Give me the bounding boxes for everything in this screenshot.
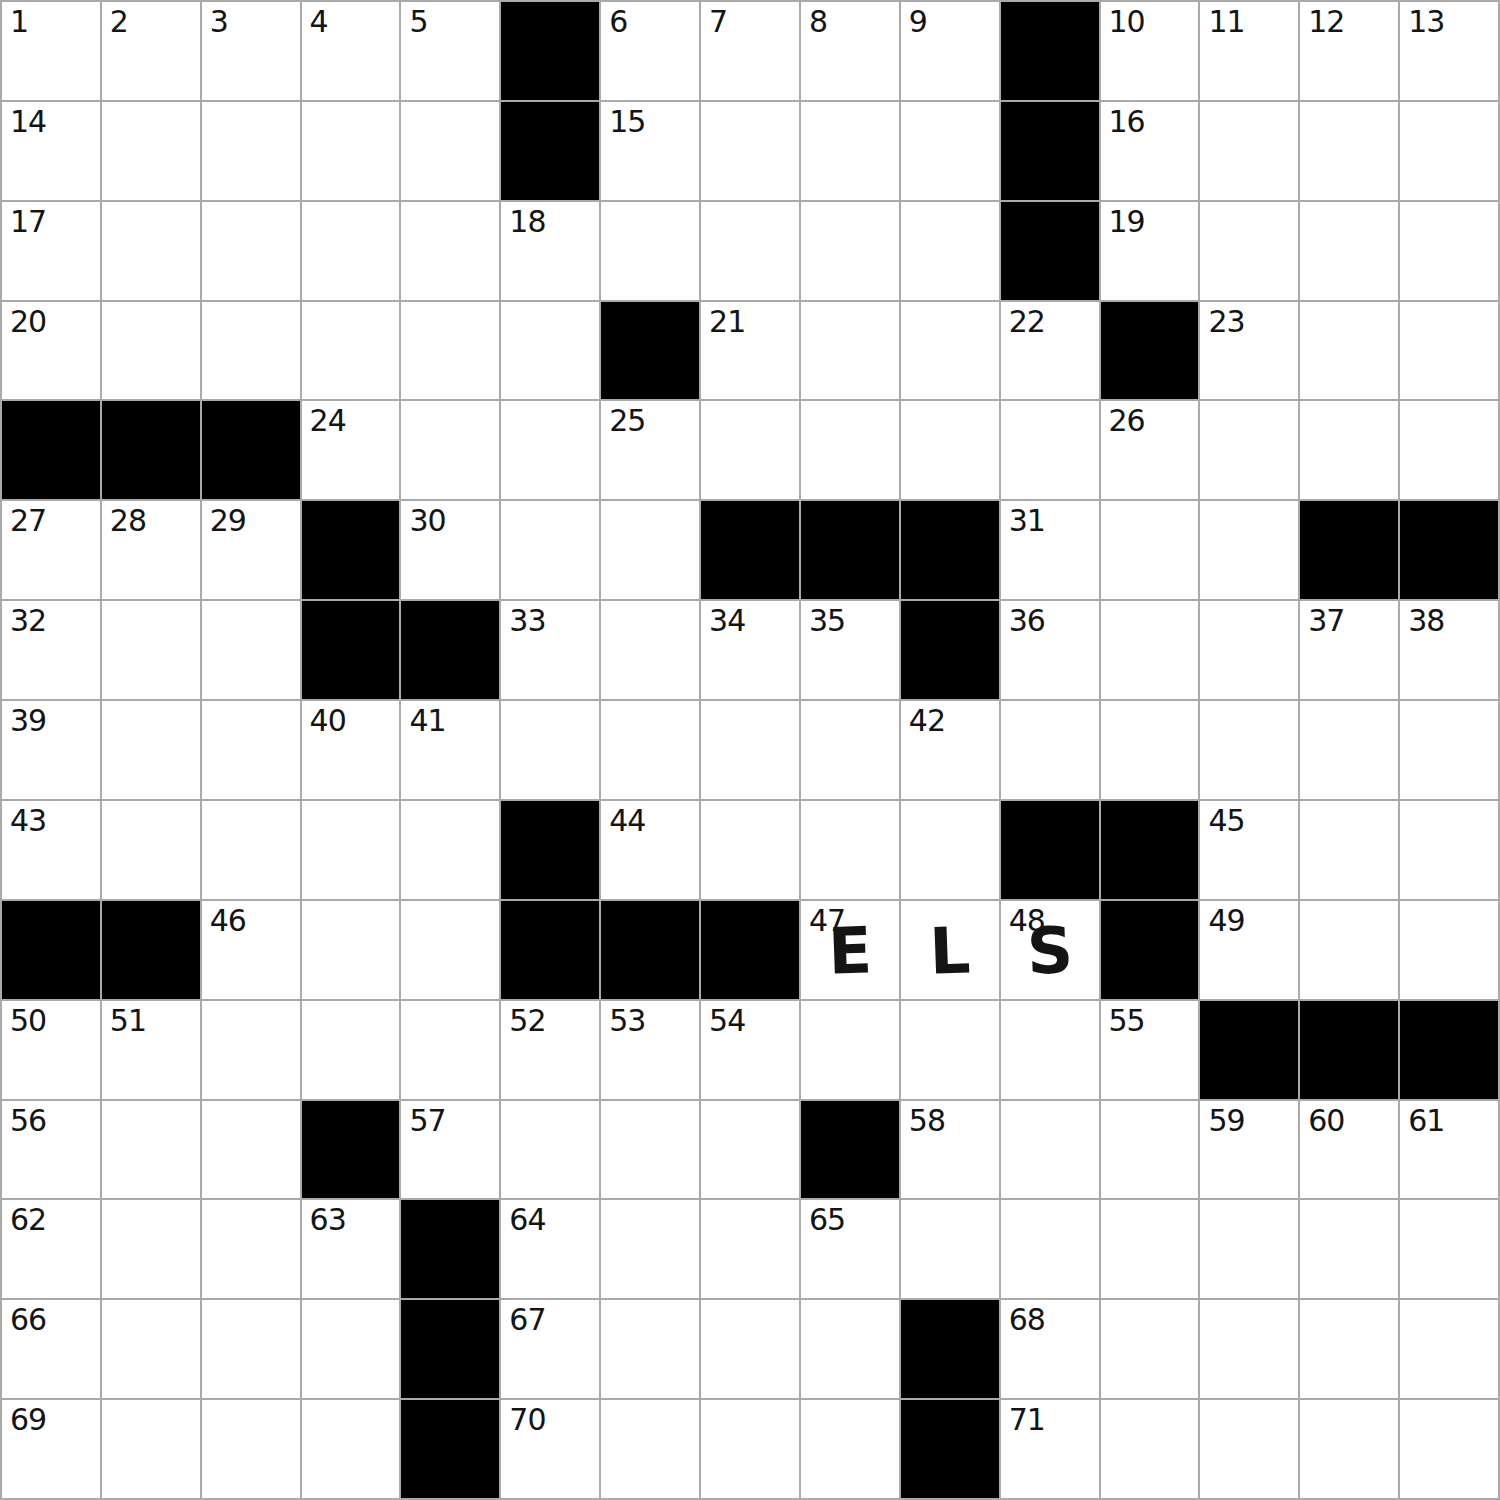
cell-r4c3[interactable] bbox=[202, 302, 300, 400]
cell-r5c13[interactable] bbox=[1200, 401, 1298, 499]
cell-r6c5[interactable]: 30 bbox=[401, 501, 499, 599]
clue-number: 33 bbox=[509, 604, 545, 637]
cell-r12c9-black bbox=[801, 1101, 899, 1199]
cell-r13c3[interactable] bbox=[202, 1200, 300, 1298]
cell-r9c11-black bbox=[1001, 801, 1099, 899]
cell-r1c13[interactable]: 11 bbox=[1200, 2, 1298, 100]
cell-r4c7-black bbox=[601, 302, 699, 400]
cell-r2c15[interactable] bbox=[1400, 102, 1498, 200]
clue-number: 71 bbox=[1009, 1403, 1045, 1436]
cell-r7c6[interactable]: 33 bbox=[501, 601, 599, 699]
cell-r11c5[interactable] bbox=[401, 1001, 499, 1099]
cell-r11c10[interactable] bbox=[901, 1001, 999, 1099]
clue-number: 34 bbox=[709, 604, 745, 637]
cell-r15c11[interactable]: 71 bbox=[1001, 1400, 1099, 1498]
cell-r8c4[interactable]: 40 bbox=[302, 701, 400, 799]
cell-r11c6[interactable]: 52 bbox=[501, 1001, 599, 1099]
cell-r4c2[interactable] bbox=[102, 302, 200, 400]
cell-letter: E bbox=[801, 901, 899, 999]
clue-number: 7 bbox=[709, 5, 727, 38]
cell-r13c15[interactable] bbox=[1400, 1200, 1498, 1298]
cell-r1c10[interactable]: 9 bbox=[901, 2, 999, 100]
cell-r1c1[interactable]: 1 bbox=[2, 2, 100, 100]
cell-r14c12[interactable] bbox=[1101, 1300, 1199, 1398]
cell-r8c14[interactable] bbox=[1300, 701, 1398, 799]
cell-r8c13[interactable] bbox=[1200, 701, 1298, 799]
cell-r12c14[interactable]: 60 bbox=[1300, 1101, 1398, 1199]
cell-r7c12[interactable] bbox=[1101, 601, 1199, 699]
cell-r8c12[interactable] bbox=[1101, 701, 1199, 799]
cell-r5c10[interactable] bbox=[901, 401, 999, 499]
cell-r3c4[interactable] bbox=[302, 202, 400, 300]
cell-r1c6-black bbox=[501, 2, 599, 100]
clue-number: 68 bbox=[1009, 1303, 1045, 1336]
clue-number: 22 bbox=[1009, 305, 1045, 338]
cell-r3c15[interactable] bbox=[1400, 202, 1498, 300]
clue-number: 26 bbox=[1109, 404, 1145, 437]
clue-number: 27 bbox=[10, 504, 46, 537]
cell-r4c12-black bbox=[1101, 302, 1199, 400]
cell-r5c1-black bbox=[2, 401, 100, 499]
cell-r2c3[interactable] bbox=[202, 102, 300, 200]
clue-number: 18 bbox=[509, 205, 545, 238]
cell-r6c14-black bbox=[1300, 501, 1398, 599]
cell-r5c3-black bbox=[202, 401, 300, 499]
cell-r4c5[interactable] bbox=[401, 302, 499, 400]
clue-number: 61 bbox=[1408, 1104, 1444, 1137]
clue-number: 64 bbox=[509, 1203, 545, 1236]
cell-r15c2[interactable] bbox=[102, 1400, 200, 1498]
clue-number: 65 bbox=[809, 1203, 845, 1236]
cell-r10c5[interactable] bbox=[401, 901, 499, 999]
cell-r10c6-black bbox=[501, 901, 599, 999]
cell-r14c14[interactable] bbox=[1300, 1300, 1398, 1398]
cell-r15c1[interactable]: 69 bbox=[2, 1400, 100, 1498]
clue-number: 50 bbox=[10, 1004, 46, 1037]
cell-r14c3[interactable] bbox=[202, 1300, 300, 1398]
cell-r5c7[interactable]: 25 bbox=[601, 401, 699, 499]
cell-r4c14[interactable] bbox=[1300, 302, 1398, 400]
cell-r13c2[interactable] bbox=[102, 1200, 200, 1298]
cell-r12c4-black bbox=[302, 1101, 400, 1199]
crossword-board: 1234567891011121314151617181920212223242… bbox=[0, 0, 1500, 1500]
cell-r13c7[interactable] bbox=[601, 1200, 699, 1298]
cell-r9c9[interactable] bbox=[801, 801, 899, 899]
cell-r7c7[interactable] bbox=[601, 601, 699, 699]
cell-r14c13[interactable] bbox=[1200, 1300, 1298, 1398]
cell-r14c8[interactable] bbox=[701, 1300, 799, 1398]
cell-r2c2[interactable] bbox=[102, 102, 200, 200]
cell-r12c6[interactable] bbox=[501, 1101, 599, 1199]
cell-r12c2[interactable] bbox=[102, 1101, 200, 1199]
cell-r12c12[interactable] bbox=[1101, 1101, 1199, 1199]
cell-r7c4-black bbox=[302, 601, 400, 699]
clue-number: 58 bbox=[909, 1104, 945, 1137]
cell-r11c8[interactable]: 54 bbox=[701, 1001, 799, 1099]
cell-r12c7[interactable] bbox=[601, 1101, 699, 1199]
cell-r7c10-black bbox=[901, 601, 999, 699]
cell-r7c13[interactable] bbox=[1200, 601, 1298, 699]
cell-r6c11[interactable]: 31 bbox=[1001, 501, 1099, 599]
clue-number: 30 bbox=[409, 504, 445, 537]
cell-r3c6[interactable]: 18 bbox=[501, 202, 599, 300]
cell-r1c7[interactable]: 6 bbox=[601, 2, 699, 100]
cell-r9c1[interactable]: 43 bbox=[2, 801, 100, 899]
cell-r5c8[interactable] bbox=[701, 401, 799, 499]
clue-number: 59 bbox=[1208, 1104, 1244, 1137]
cell-r13c5-black bbox=[401, 1200, 499, 1298]
cell-r5c14[interactable] bbox=[1300, 401, 1398, 499]
cell-r5c9[interactable] bbox=[801, 401, 899, 499]
cell-r10c2-black bbox=[102, 901, 200, 999]
cell-r3c14[interactable] bbox=[1300, 202, 1398, 300]
cell-r5c15[interactable] bbox=[1400, 401, 1498, 499]
cell-r10c12-black bbox=[1101, 901, 1199, 999]
clue-number: 70 bbox=[509, 1403, 545, 1436]
clue-number: 2 bbox=[110, 5, 128, 38]
cell-r9c4[interactable] bbox=[302, 801, 400, 899]
cell-r5c2-black bbox=[102, 401, 200, 499]
cell-r11c4[interactable] bbox=[302, 1001, 400, 1099]
cell-r6c15-black bbox=[1400, 501, 1498, 599]
cell-r12c1[interactable]: 56 bbox=[2, 1101, 100, 1199]
clue-number: 8 bbox=[809, 5, 827, 38]
cell-r13c4[interactable]: 63 bbox=[302, 1200, 400, 1298]
cell-r13c13[interactable] bbox=[1200, 1200, 1298, 1298]
cell-r15c12[interactable] bbox=[1101, 1400, 1199, 1498]
cell-r2c4[interactable] bbox=[302, 102, 400, 200]
clue-number: 31 bbox=[1009, 504, 1045, 537]
clue-number: 4 bbox=[310, 5, 328, 38]
cell-r9c13[interactable]: 45 bbox=[1200, 801, 1298, 899]
clue-number: 25 bbox=[609, 404, 645, 437]
cell-r15c3[interactable] bbox=[202, 1400, 300, 1498]
clue-number: 38 bbox=[1408, 604, 1444, 637]
clue-number: 42 bbox=[909, 704, 945, 737]
cell-r8c15[interactable] bbox=[1400, 701, 1498, 799]
cell-r11c9[interactable] bbox=[801, 1001, 899, 1099]
cell-r6c9-black bbox=[801, 501, 899, 599]
cell-r1c9[interactable]: 8 bbox=[801, 2, 899, 100]
cell-r3c2[interactable] bbox=[102, 202, 200, 300]
cell-r4c8[interactable]: 21 bbox=[701, 302, 799, 400]
cell-r7c14[interactable]: 37 bbox=[1300, 601, 1398, 699]
cell-r8c6[interactable] bbox=[501, 701, 599, 799]
cell-r9c12-black bbox=[1101, 801, 1199, 899]
clue-number: 66 bbox=[10, 1303, 46, 1336]
cell-r15c13[interactable] bbox=[1200, 1400, 1298, 1498]
cell-r14c9[interactable] bbox=[801, 1300, 899, 1398]
clue-number: 23 bbox=[1208, 305, 1244, 338]
cell-r13c6[interactable]: 64 bbox=[501, 1200, 599, 1298]
clue-number: 46 bbox=[210, 904, 246, 937]
cell-r6c3[interactable]: 29 bbox=[202, 501, 300, 599]
cell-r5c6[interactable] bbox=[501, 401, 599, 499]
cell-r13c14[interactable] bbox=[1300, 1200, 1398, 1298]
cell-r15c14[interactable] bbox=[1300, 1400, 1398, 1498]
cell-r2c5[interactable] bbox=[401, 102, 499, 200]
cell-r7c11[interactable]: 36 bbox=[1001, 601, 1099, 699]
cell-r6c10-black bbox=[901, 501, 999, 599]
cell-r2c7[interactable]: 15 bbox=[601, 102, 699, 200]
cell-r4c1[interactable]: 20 bbox=[2, 302, 100, 400]
clue-number: 24 bbox=[310, 404, 346, 437]
cell-r2c12[interactable]: 16 bbox=[1101, 102, 1199, 200]
cell-r2c6-black bbox=[501, 102, 599, 200]
cell-r10c10[interactable]: L bbox=[901, 901, 999, 999]
cell-r1c11-black bbox=[1001, 2, 1099, 100]
cell-r10c1-black bbox=[2, 901, 100, 999]
cell-r1c4[interactable]: 4 bbox=[302, 2, 400, 100]
cell-r7c1[interactable]: 32 bbox=[2, 601, 100, 699]
cell-r11c12[interactable]: 55 bbox=[1101, 1001, 1199, 1099]
cell-r3c5[interactable] bbox=[401, 202, 499, 300]
cell-r13c9[interactable]: 65 bbox=[801, 1200, 899, 1298]
cell-r14c4[interactable] bbox=[302, 1300, 400, 1398]
cell-r12c11[interactable] bbox=[1001, 1101, 1099, 1199]
clue-number: 15 bbox=[609, 105, 645, 138]
cell-r2c1[interactable]: 14 bbox=[2, 102, 100, 200]
clue-number: 36 bbox=[1009, 604, 1045, 637]
cell-r15c9[interactable] bbox=[801, 1400, 899, 1498]
clue-number: 37 bbox=[1308, 604, 1344, 637]
clue-number: 55 bbox=[1109, 1004, 1145, 1037]
cell-r11c3[interactable] bbox=[202, 1001, 300, 1099]
cell-r1c3[interactable]: 3 bbox=[202, 2, 300, 100]
clue-number: 20 bbox=[10, 305, 46, 338]
cell-r9c5[interactable] bbox=[401, 801, 499, 899]
cell-r7c9[interactable]: 35 bbox=[801, 601, 899, 699]
cell-r14c1[interactable]: 66 bbox=[2, 1300, 100, 1398]
clue-number: 1 bbox=[10, 5, 28, 38]
cell-r4c10[interactable] bbox=[901, 302, 999, 400]
cell-r12c13[interactable]: 59 bbox=[1200, 1101, 1298, 1199]
cell-r9c10[interactable] bbox=[901, 801, 999, 899]
clue-number: 11 bbox=[1208, 5, 1244, 38]
cell-r11c13-black bbox=[1200, 1001, 1298, 1099]
cell-r9c15[interactable] bbox=[1400, 801, 1498, 899]
cell-r14c11[interactable]: 68 bbox=[1001, 1300, 1099, 1398]
cell-r12c8[interactable] bbox=[701, 1101, 799, 1199]
cell-r1c15[interactable]: 13 bbox=[1400, 2, 1498, 100]
clue-number: 67 bbox=[509, 1303, 545, 1336]
cell-r13c1[interactable]: 62 bbox=[2, 1200, 100, 1298]
cell-r14c7[interactable] bbox=[601, 1300, 699, 1398]
clue-number: 56 bbox=[10, 1104, 46, 1137]
cell-r3c10[interactable] bbox=[901, 202, 999, 300]
clue-number: 12 bbox=[1308, 5, 1344, 38]
clue-number: 53 bbox=[609, 1004, 645, 1037]
clue-number: 69 bbox=[10, 1403, 46, 1436]
cell-r1c14[interactable]: 12 bbox=[1300, 2, 1398, 100]
cell-r15c6[interactable]: 70 bbox=[501, 1400, 599, 1498]
clue-number: 43 bbox=[10, 804, 46, 837]
cell-r13c10[interactable] bbox=[901, 1200, 999, 1298]
cell-r15c7[interactable] bbox=[601, 1400, 699, 1498]
cell-r8c3[interactable] bbox=[202, 701, 300, 799]
cell-r9c14[interactable] bbox=[1300, 801, 1398, 899]
cell-r4c11[interactable]: 22 bbox=[1001, 302, 1099, 400]
cell-r8c9[interactable] bbox=[801, 701, 899, 799]
clue-number: 52 bbox=[509, 1004, 545, 1037]
cell-r3c13[interactable] bbox=[1200, 202, 1298, 300]
clue-number: 9 bbox=[909, 5, 927, 38]
cell-r9c2[interactable] bbox=[102, 801, 200, 899]
cell-r15c8[interactable] bbox=[701, 1400, 799, 1498]
clue-number: 63 bbox=[310, 1203, 346, 1236]
cell-r3c1[interactable]: 17 bbox=[2, 202, 100, 300]
cell-r13c12[interactable] bbox=[1101, 1200, 1199, 1298]
cell-r10c14[interactable] bbox=[1300, 901, 1398, 999]
cell-r15c4[interactable] bbox=[302, 1400, 400, 1498]
clue-number: 62 bbox=[10, 1203, 46, 1236]
cell-r3c9[interactable] bbox=[801, 202, 899, 300]
cell-r13c11[interactable] bbox=[1001, 1200, 1099, 1298]
cell-r1c12[interactable]: 10 bbox=[1101, 2, 1199, 100]
cell-r6c6[interactable] bbox=[501, 501, 599, 599]
cell-r2c13[interactable] bbox=[1200, 102, 1298, 200]
cell-r8c11[interactable] bbox=[1001, 701, 1099, 799]
cell-r6c2[interactable]: 28 bbox=[102, 501, 200, 599]
cell-r3c12[interactable]: 19 bbox=[1101, 202, 1199, 300]
cell-letter: S bbox=[1001, 901, 1099, 999]
clue-number: 32 bbox=[10, 604, 46, 637]
clue-number: 21 bbox=[709, 305, 745, 338]
cell-r9c7[interactable]: 44 bbox=[601, 801, 699, 899]
cell-r10c15[interactable] bbox=[1400, 901, 1498, 999]
cell-r7c3[interactable] bbox=[202, 601, 300, 699]
cell-r10c4[interactable] bbox=[302, 901, 400, 999]
cell-r6c12[interactable] bbox=[1101, 501, 1199, 599]
cell-r12c15[interactable]: 61 bbox=[1400, 1101, 1498, 1199]
cell-r15c15[interactable] bbox=[1400, 1400, 1498, 1498]
clue-number: 54 bbox=[709, 1004, 745, 1037]
cell-r6c7[interactable] bbox=[601, 501, 699, 599]
cell-r4c6[interactable] bbox=[501, 302, 599, 400]
clue-number: 6 bbox=[609, 5, 627, 38]
cell-r7c8[interactable]: 34 bbox=[701, 601, 799, 699]
cell-r11c7[interactable]: 53 bbox=[601, 1001, 699, 1099]
cell-r2c9[interactable] bbox=[801, 102, 899, 200]
cell-r1c8[interactable]: 7 bbox=[701, 2, 799, 100]
cell-r4c13[interactable]: 23 bbox=[1200, 302, 1298, 400]
clue-number: 3 bbox=[210, 5, 228, 38]
cell-r2c10[interactable] bbox=[901, 102, 999, 200]
clue-number: 40 bbox=[310, 704, 346, 737]
cell-r3c3[interactable] bbox=[202, 202, 300, 300]
cell-r14c6[interactable]: 67 bbox=[501, 1300, 599, 1398]
cell-r7c5-black bbox=[401, 601, 499, 699]
clue-number: 51 bbox=[110, 1004, 146, 1037]
cell-r5c12[interactable]: 26 bbox=[1101, 401, 1199, 499]
cell-r8c5[interactable]: 41 bbox=[401, 701, 499, 799]
cell-r13c8[interactable] bbox=[701, 1200, 799, 1298]
cell-r10c8-black bbox=[701, 901, 799, 999]
clue-number: 16 bbox=[1109, 105, 1145, 138]
cell-r8c2[interactable] bbox=[102, 701, 200, 799]
clue-number: 28 bbox=[110, 504, 146, 537]
cell-r14c2[interactable] bbox=[102, 1300, 200, 1398]
clue-number: 17 bbox=[10, 205, 46, 238]
cell-r2c8[interactable] bbox=[701, 102, 799, 200]
clue-number: 10 bbox=[1109, 5, 1145, 38]
cell-r3c11-black bbox=[1001, 202, 1099, 300]
clue-number: 13 bbox=[1408, 5, 1444, 38]
cell-r12c3[interactable] bbox=[202, 1101, 300, 1199]
cell-r14c10-black bbox=[901, 1300, 999, 1398]
cell-r9c6-black bbox=[501, 801, 599, 899]
clue-number: 39 bbox=[10, 704, 46, 737]
clue-number: 14 bbox=[10, 105, 46, 138]
cell-r14c5-black bbox=[401, 1300, 499, 1398]
clue-number: 29 bbox=[210, 504, 246, 537]
clue-number: 19 bbox=[1109, 205, 1145, 238]
cell-r2c11-black bbox=[1001, 102, 1099, 200]
cell-r3c8[interactable] bbox=[701, 202, 799, 300]
cell-r8c8[interactable] bbox=[701, 701, 799, 799]
cell-r5c11[interactable] bbox=[1001, 401, 1099, 499]
cell-r11c2[interactable]: 51 bbox=[102, 1001, 200, 1099]
cell-r1c2[interactable]: 2 bbox=[102, 2, 200, 100]
cell-r6c1[interactable]: 27 bbox=[2, 501, 100, 599]
cell-r2c14[interactable] bbox=[1300, 102, 1398, 200]
clue-number: 41 bbox=[409, 704, 445, 737]
clue-number: 5 bbox=[409, 5, 427, 38]
cell-r10c9[interactable]: 47E bbox=[801, 901, 899, 999]
cell-r14c15[interactable] bbox=[1400, 1300, 1498, 1398]
cell-r8c7[interactable] bbox=[601, 701, 699, 799]
clue-number: 60 bbox=[1308, 1104, 1344, 1137]
cell-letter: L bbox=[901, 901, 999, 999]
cell-r5c4[interactable]: 24 bbox=[302, 401, 400, 499]
cell-r6c13[interactable] bbox=[1200, 501, 1298, 599]
cell-r8c1[interactable]: 39 bbox=[2, 701, 100, 799]
cell-r11c15-black bbox=[1400, 1001, 1498, 1099]
cell-r6c8-black bbox=[701, 501, 799, 599]
cell-r5c5[interactable] bbox=[401, 401, 499, 499]
cell-r15c10-black bbox=[901, 1400, 999, 1498]
cell-r12c10[interactable]: 58 bbox=[901, 1101, 999, 1199]
cell-r9c8[interactable] bbox=[701, 801, 799, 899]
cell-r6c4-black bbox=[302, 501, 400, 599]
cell-r9c3[interactable] bbox=[202, 801, 300, 899]
cell-r1c5[interactable]: 5 bbox=[401, 2, 499, 100]
clue-number: 44 bbox=[609, 804, 645, 837]
cell-r12c5[interactable]: 57 bbox=[401, 1101, 499, 1199]
cell-r11c11[interactable] bbox=[1001, 1001, 1099, 1099]
clue-number: 49 bbox=[1208, 904, 1244, 937]
cell-r7c2[interactable] bbox=[102, 601, 200, 699]
cell-r8c10[interactable]: 42 bbox=[901, 701, 999, 799]
cell-r11c14-black bbox=[1300, 1001, 1398, 1099]
cell-r10c13[interactable]: 49 bbox=[1200, 901, 1298, 999]
cell-r4c9[interactable] bbox=[801, 302, 899, 400]
cell-r7c15[interactable]: 38 bbox=[1400, 601, 1498, 699]
cell-r10c7-black bbox=[601, 901, 699, 999]
cell-r4c4[interactable] bbox=[302, 302, 400, 400]
clue-number: 35 bbox=[809, 604, 845, 637]
cell-r10c11[interactable]: 48S bbox=[1001, 901, 1099, 999]
cell-r15c5-black bbox=[401, 1400, 499, 1498]
cell-r3c7[interactable] bbox=[601, 202, 699, 300]
clue-number: 57 bbox=[409, 1104, 445, 1137]
cell-r4c15[interactable] bbox=[1400, 302, 1498, 400]
clue-number: 45 bbox=[1208, 804, 1244, 837]
cell-r11c1[interactable]: 50 bbox=[2, 1001, 100, 1099]
cell-r10c3[interactable]: 46 bbox=[202, 901, 300, 999]
